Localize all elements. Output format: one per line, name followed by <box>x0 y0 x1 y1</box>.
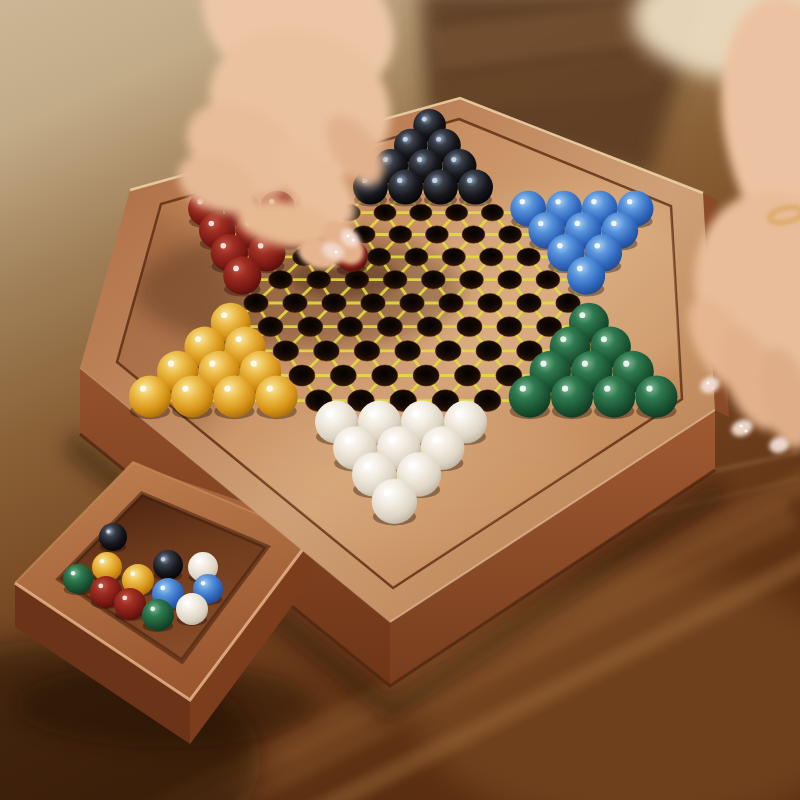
marble-body <box>567 257 605 295</box>
marble-specular <box>195 336 201 342</box>
marble-black[interactable] <box>458 170 493 207</box>
marble-specular <box>369 411 375 417</box>
board-hole[interactable] <box>367 248 390 266</box>
board-hole[interactable] <box>372 365 398 386</box>
marble-specular <box>451 157 456 162</box>
board-hole[interactable] <box>244 293 268 312</box>
marble-green[interactable] <box>551 376 593 420</box>
marble-specular <box>71 571 76 576</box>
marble-black[interactable] <box>388 170 423 207</box>
marble-body <box>509 376 551 418</box>
marble-specular <box>397 178 402 183</box>
board-hole[interactable] <box>338 317 363 337</box>
marble-specular <box>467 178 472 183</box>
marble-specular <box>540 361 546 367</box>
marble-specular <box>100 559 105 564</box>
marble-body <box>635 376 677 418</box>
board-hole[interactable] <box>517 248 540 266</box>
marble-specular <box>594 243 600 249</box>
board-hole[interactable] <box>462 226 485 243</box>
marble-black[interactable] <box>423 170 458 207</box>
marble-specular <box>408 463 415 470</box>
marble-body <box>171 376 213 418</box>
marble-specular <box>383 157 388 162</box>
drawer-marble-green[interactable] <box>63 564 93 595</box>
board-hole[interactable] <box>497 317 522 337</box>
drawer-marble-green[interactable] <box>142 599 174 632</box>
board-hole[interactable] <box>354 341 380 361</box>
board-hole[interactable] <box>413 365 439 386</box>
drawer-marble-white[interactable] <box>176 593 208 626</box>
board-hole[interactable] <box>361 293 385 312</box>
glitter-sparkle <box>346 234 349 237</box>
marble-specular <box>575 221 580 226</box>
marble-body <box>458 170 493 205</box>
marble-specular <box>220 243 226 249</box>
glitter-sparkle <box>744 429 747 432</box>
glitter-sparkle <box>334 250 337 253</box>
marble-white[interactable] <box>372 479 417 526</box>
marble-green[interactable] <box>593 376 635 420</box>
marble-specular <box>364 463 371 470</box>
marble-specular <box>344 436 351 443</box>
marble-body <box>423 170 458 205</box>
marble-yellow[interactable] <box>129 376 171 420</box>
glitter-sparkle <box>776 441 779 444</box>
marble-red[interactable] <box>223 257 261 297</box>
marble-specular <box>196 559 201 564</box>
glitter-sparkle <box>739 424 742 427</box>
marble-specular <box>623 361 629 367</box>
marble-specular <box>436 137 441 142</box>
marble-yellow[interactable] <box>171 376 213 420</box>
marble-yellow[interactable] <box>256 376 298 420</box>
board-hole[interactable] <box>322 293 346 312</box>
board-hole[interactable] <box>517 293 541 312</box>
marble-yellow[interactable] <box>213 376 255 420</box>
marble-specular <box>384 489 391 496</box>
marble-specular <box>577 266 583 272</box>
board-hole[interactable] <box>417 317 442 337</box>
board-hole[interactable] <box>273 341 299 361</box>
marble-specular <box>601 336 607 342</box>
marble-specular <box>224 385 230 391</box>
board-hole[interactable] <box>307 270 331 289</box>
marble-specular <box>182 385 188 391</box>
board-hole[interactable] <box>426 226 449 243</box>
marble-specular <box>422 117 427 122</box>
board-hole[interactable] <box>442 248 465 266</box>
board-hole[interactable] <box>457 317 482 337</box>
board-hole[interactable] <box>476 341 502 361</box>
drawer-marble-black[interactable] <box>153 550 183 581</box>
marble-specular <box>412 411 418 417</box>
board-hole[interactable] <box>377 317 402 337</box>
marble-specular <box>582 361 588 367</box>
marble-specular <box>168 361 174 367</box>
glitter-sparkle <box>706 381 709 384</box>
board-hole[interactable] <box>258 317 283 337</box>
marble-specular <box>209 361 215 367</box>
chinese-checkers-photo <box>0 0 800 800</box>
marble-specular <box>455 411 461 417</box>
marble-body <box>372 479 417 524</box>
board-hole[interactable] <box>460 270 484 289</box>
marble-specular <box>160 586 165 591</box>
board-hole[interactable] <box>499 226 522 243</box>
marble-specular <box>388 436 395 443</box>
marble-specular <box>251 361 257 367</box>
marble-specular <box>579 312 585 318</box>
marble-body <box>213 376 255 418</box>
board-hole[interactable] <box>480 248 503 266</box>
marble-body <box>551 376 593 418</box>
board-hole[interactable] <box>446 204 468 221</box>
marble-specular <box>591 199 596 204</box>
marble-body <box>388 170 423 205</box>
marble-specular <box>326 411 332 417</box>
drawer-marble-red[interactable] <box>114 588 146 621</box>
glitter-sparkle <box>329 247 332 250</box>
board-hole[interactable] <box>383 270 407 289</box>
marble-specular <box>266 385 272 391</box>
board-hole[interactable] <box>374 204 396 221</box>
marble-specular <box>560 336 566 342</box>
marble-specular <box>130 572 135 577</box>
marble-body <box>142 599 174 631</box>
board-hole[interactable] <box>330 365 356 386</box>
board-hole[interactable] <box>421 270 445 289</box>
marble-body <box>593 376 635 418</box>
marble-specular <box>432 178 437 183</box>
board-hole[interactable] <box>289 365 315 386</box>
marble-specular <box>184 601 189 606</box>
drawer-marble-black[interactable] <box>99 523 127 552</box>
marble-specular <box>611 221 616 226</box>
marble-body <box>99 523 127 551</box>
marble-specular <box>627 199 632 204</box>
board-hole[interactable] <box>478 293 502 312</box>
board-hole[interactable] <box>314 341 340 361</box>
board-hole[interactable] <box>439 293 463 312</box>
marble-specular <box>106 530 110 534</box>
marble-specular <box>150 607 155 612</box>
marble-body <box>256 376 298 418</box>
marble-green[interactable] <box>635 376 677 420</box>
board-hole[interactable] <box>455 365 481 386</box>
marble-specular <box>557 243 563 249</box>
marble-specular <box>403 137 408 142</box>
marble-body <box>114 588 146 620</box>
board-hole[interactable] <box>536 270 560 289</box>
board-hole[interactable] <box>269 270 293 289</box>
marble-specular <box>417 157 422 162</box>
marble-specular <box>98 584 103 589</box>
marble-blue[interactable] <box>567 257 605 297</box>
marble-specular <box>538 221 543 226</box>
board-hole[interactable] <box>410 204 432 221</box>
board-hole[interactable] <box>389 226 412 243</box>
marble-body <box>223 257 261 295</box>
marble-specular <box>258 243 264 249</box>
board-hole[interactable] <box>498 270 522 289</box>
marble-specular <box>140 385 146 391</box>
marble-body <box>63 564 93 594</box>
board-hole[interactable] <box>400 293 424 312</box>
marble-specular <box>209 221 214 226</box>
board-hole[interactable] <box>405 248 428 266</box>
marble-specular <box>235 336 241 342</box>
photo-scene <box>0 0 800 800</box>
board-hole[interactable] <box>435 341 461 361</box>
marble-specular <box>555 199 560 204</box>
marble-specular <box>520 199 525 204</box>
marble-specular <box>201 581 206 586</box>
marble-specular <box>604 385 610 391</box>
marble-specular <box>221 312 227 318</box>
marble-specular <box>562 385 568 391</box>
board-hole[interactable] <box>283 293 307 312</box>
glitter-sparkle <box>711 386 714 389</box>
marble-specular <box>161 557 166 562</box>
marble-body <box>153 550 183 580</box>
board-hole[interactable] <box>298 317 323 337</box>
marble-green[interactable] <box>509 376 551 420</box>
marble-specular <box>520 385 526 391</box>
marble-specular <box>233 266 239 272</box>
board-hole[interactable] <box>395 341 421 361</box>
glitter-sparkle <box>351 238 354 241</box>
marble-specular <box>646 385 652 391</box>
board-hole[interactable] <box>481 204 503 221</box>
marble-body <box>129 376 171 418</box>
marble-specular <box>432 436 439 443</box>
marble-specular <box>122 596 127 601</box>
marble-body <box>176 593 208 625</box>
